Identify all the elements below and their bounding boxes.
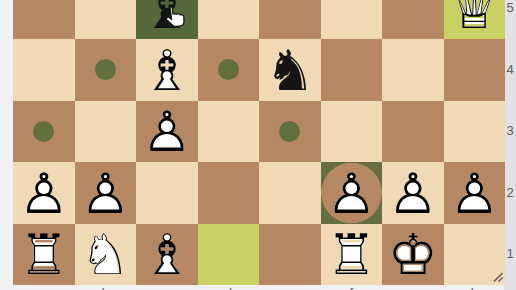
square-g4[interactable] <box>382 39 444 101</box>
square-c3[interactable]: ♟♙ <box>136 101 198 163</box>
square-b3[interactable] <box>75 101 137 163</box>
rank-label-2: 2 <box>505 185 516 200</box>
square-c1[interactable]: ♝♗ <box>136 224 198 286</box>
rank-label-5: 5 <box>505 0 516 15</box>
square-g3[interactable] <box>382 101 444 163</box>
square-e1[interactable] <box>259 224 321 286</box>
file-label-c: c <box>157 285 177 290</box>
square-g5[interactable] <box>382 0 444 39</box>
file-label-a: a <box>34 285 54 290</box>
square-e3[interactable] <box>259 101 321 163</box>
square-c4[interactable]: ♝♗ <box>136 39 198 101</box>
square-h1[interactable] <box>444 224 506 286</box>
white-rook[interactable]: ♜♖ <box>13 224 75 286</box>
square-h4[interactable] <box>444 39 506 101</box>
square-d1[interactable] <box>198 224 260 286</box>
white-knight[interactable]: ♞♘ <box>75 224 137 286</box>
move-hint-dot <box>95 59 116 80</box>
move-hint-dot <box>33 121 54 142</box>
white-rook[interactable]: ♜♖ <box>321 224 383 286</box>
square-e5[interactable] <box>259 0 321 39</box>
square-a3[interactable] <box>13 101 75 163</box>
file-label-e: e <box>280 285 300 290</box>
board-resize-handle[interactable] <box>493 272 503 282</box>
square-a5[interactable] <box>13 0 75 39</box>
capture-hint-ring <box>321 162 383 224</box>
file-label-f: f <box>341 285 361 290</box>
square-f3[interactable] <box>321 101 383 163</box>
white-pawn[interactable]: ♟♙ <box>321 162 383 224</box>
square-a2[interactable]: ♟♙ <box>13 162 75 224</box>
chess-board: ♝♛♕♝♗♞♟♙♟♙♟♙♟♙♟♙♟♙♜♖♞♘♝♗♜♖♚♔ <box>13 0 505 285</box>
white-bishop[interactable]: ♝♗ <box>136 39 198 101</box>
square-d4[interactable] <box>198 39 260 101</box>
last-move-highlight <box>444 0 506 39</box>
square-b5[interactable] <box>75 0 137 39</box>
square-d2[interactable] <box>198 162 260 224</box>
square-h5[interactable]: ♛♕ <box>444 0 506 39</box>
square-e4[interactable]: ♞ <box>259 39 321 101</box>
white-pawn[interactable]: ♟♙ <box>382 162 444 224</box>
white-pawn[interactable]: ♟♙ <box>75 162 137 224</box>
move-hint-dot <box>218 59 239 80</box>
white-pawn[interactable]: ♟♙ <box>136 101 198 163</box>
square-h2[interactable]: ♟♙ <box>444 162 506 224</box>
square-f5[interactable] <box>321 0 383 39</box>
rank-label-3: 3 <box>505 123 516 138</box>
square-d5[interactable] <box>198 0 260 39</box>
square-f1[interactable]: ♜♖ <box>321 224 383 286</box>
file-label-d: d <box>218 285 238 290</box>
file-label-h: h <box>464 285 484 290</box>
last-move-highlight <box>198 224 260 286</box>
square-g1[interactable]: ♚♔ <box>382 224 444 286</box>
square-b4[interactable] <box>75 39 137 101</box>
white-pawn[interactable]: ♟♙ <box>13 162 75 224</box>
file-label-b: b <box>95 285 115 290</box>
square-a1[interactable]: ♜♖ <box>13 224 75 286</box>
rank-label-1: 1 <box>505 246 516 261</box>
square-c2[interactable] <box>136 162 198 224</box>
square-g2[interactable]: ♟♙ <box>382 162 444 224</box>
square-d3[interactable] <box>198 101 260 163</box>
white-king[interactable]: ♚♔ <box>382 224 444 286</box>
white-pawn[interactable]: ♟♙ <box>444 162 506 224</box>
square-h3[interactable] <box>444 101 506 163</box>
square-f4[interactable] <box>321 39 383 101</box>
square-b2[interactable]: ♟♙ <box>75 162 137 224</box>
black-knight[interactable]: ♞ <box>259 39 321 101</box>
file-label-g: g <box>403 285 423 290</box>
board-grid: ♝♛♕♝♗♞♟♙♟♙♟♙♟♙♟♙♟♙♜♖♞♘♝♗♜♖♚♔ <box>13 0 505 285</box>
chess-app-screen: ♝♛♕♝♗♞♟♙♟♙♟♙♟♙♟♙♟♙♜♖♞♘♝♗♜♖♚♔ 54321 abcde… <box>0 0 516 290</box>
rank-label-4: 4 <box>505 62 516 77</box>
square-e2[interactable] <box>259 162 321 224</box>
square-a4[interactable] <box>13 39 75 101</box>
pointer-hand-cursor <box>160 2 190 32</box>
square-b1[interactable]: ♞♘ <box>75 224 137 286</box>
move-hint-dot <box>279 121 300 142</box>
white-queen[interactable]: ♛♕ <box>444 0 506 39</box>
white-bishop[interactable]: ♝♗ <box>136 224 198 286</box>
square-f2[interactable]: ♟♙ <box>321 162 383 224</box>
